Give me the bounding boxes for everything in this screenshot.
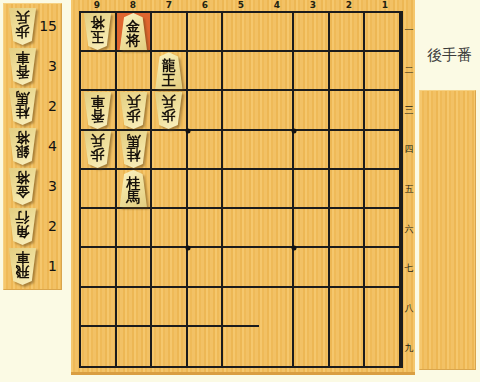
gote-香車-piece[interactable]: 香車 <box>82 92 113 129</box>
gote-歩兵-piece[interactable]: 歩兵 <box>82 131 113 168</box>
square-18[interactable] <box>365 288 401 327</box>
square-49[interactable] <box>259 327 295 366</box>
hand-count: 3 <box>38 58 61 74</box>
gote-歩兵-piece[interactable]: 歩兵 <box>153 92 184 129</box>
sente-龍王-piece[interactable]: 龍王 <box>153 52 184 89</box>
hand-row-桂馬[interactable]: 桂馬2 <box>4 86 61 126</box>
square-11[interactable] <box>365 13 401 52</box>
square-89[interactable] <box>117 327 153 366</box>
piece-kanji: 将 <box>16 130 30 145</box>
piece-kanji: 歩 <box>126 108 140 123</box>
square-53[interactable] <box>223 91 259 130</box>
rank-label: 六 <box>403 209 415 249</box>
square-95[interactable] <box>81 170 117 209</box>
file-labels: 987654321 <box>79 0 403 11</box>
square-38[interactable] <box>294 288 330 327</box>
square-37[interactable] <box>294 248 330 287</box>
board-grid: 玉将金将龍王香車歩兵歩兵歩兵桂馬桂馬 <box>79 11 403 368</box>
piece-kanji: 玉 <box>91 30 105 45</box>
square-58[interactable] <box>223 288 259 327</box>
gote-hand-飛車-piece[interactable]: 飛車 <box>7 248 38 285</box>
hand-row-金将[interactable]: 金将3 <box>4 166 61 206</box>
square-85[interactable]: 桂馬 <box>117 170 153 209</box>
square-69[interactable] <box>188 327 224 366</box>
square-28[interactable] <box>330 288 366 327</box>
square-64[interactable] <box>188 131 224 170</box>
piece-kanji: 金 <box>16 184 30 199</box>
piece-kanji: 桂 <box>126 147 140 162</box>
square-59[interactable] <box>223 327 259 366</box>
square-16[interactable] <box>365 209 401 248</box>
square-39[interactable] <box>294 327 330 366</box>
square-92[interactable] <box>81 52 117 91</box>
hand-count: 1 <box>38 258 61 274</box>
square-48[interactable] <box>259 288 295 327</box>
piece-kanji: 桂 <box>126 176 140 191</box>
square-45[interactable] <box>259 170 295 209</box>
square-82[interactable] <box>117 52 153 91</box>
piece-kanji: 将 <box>126 33 140 48</box>
square-33[interactable] <box>294 91 330 130</box>
hand-count: 3 <box>38 178 61 194</box>
square-51[interactable] <box>223 13 259 52</box>
rank-label: 五 <box>403 170 415 210</box>
rank-label: 七 <box>403 249 415 289</box>
hand-row-香車[interactable]: 香車3 <box>4 46 61 86</box>
sente-金将-piece[interactable]: 金将 <box>118 13 149 50</box>
square-12[interactable] <box>365 52 401 91</box>
file-label: 5 <box>223 0 259 11</box>
sente-hand-tray <box>419 90 476 370</box>
square-46[interactable] <box>259 209 295 248</box>
square-17[interactable] <box>365 248 401 287</box>
piece-kanji: 歩 <box>162 108 176 123</box>
rank-label: 八 <box>403 289 415 329</box>
square-25[interactable] <box>330 170 366 209</box>
square-86[interactable] <box>117 209 153 248</box>
gote-hand-銀将-piece[interactable]: 銀将 <box>7 128 38 165</box>
rank-label: 四 <box>403 130 415 170</box>
square-65[interactable] <box>188 170 224 209</box>
square-61[interactable] <box>188 13 224 52</box>
square-88[interactable] <box>117 288 153 327</box>
square-22[interactable] <box>330 52 366 91</box>
star-point <box>185 128 190 133</box>
piece-kanji: 金 <box>126 19 140 34</box>
square-27[interactable] <box>330 248 366 287</box>
rank-label: 三 <box>403 90 415 130</box>
square-73[interactable]: 歩兵 <box>152 91 188 130</box>
square-99[interactable] <box>81 327 117 366</box>
piece-kanji: 馬 <box>126 190 140 205</box>
square-66[interactable] <box>188 209 224 248</box>
piece-kanji: 兵 <box>91 133 105 148</box>
hand-count: 2 <box>38 98 61 114</box>
square-26[interactable] <box>330 209 366 248</box>
piece-kanji: 車 <box>16 250 30 265</box>
piece-kanji: 香 <box>91 108 105 123</box>
square-87[interactable] <box>117 248 153 287</box>
square-75[interactable] <box>152 170 188 209</box>
file-label: 1 <box>367 0 403 11</box>
square-47[interactable] <box>259 248 295 287</box>
rank-label: 二 <box>403 51 415 91</box>
piece-kanji: 龍 <box>162 58 176 73</box>
square-63[interactable] <box>188 91 224 130</box>
gote-hand-角行-piece[interactable]: 角行 <box>7 208 38 245</box>
square-67[interactable] <box>188 248 224 287</box>
file-label: 4 <box>259 0 295 11</box>
square-24[interactable] <box>330 131 366 170</box>
piece-kanji: 角 <box>16 224 30 239</box>
piece-kanji: 将 <box>91 15 105 30</box>
piece-kanji: 将 <box>16 170 30 185</box>
shogi-board: 987654321 玉将金将龍王香車歩兵歩兵歩兵桂馬桂馬 一二三四五六七八九 <box>71 0 415 375</box>
gote-hand-tray: 歩兵15香車3桂馬2銀将4金将3角行2飛車1 <box>3 3 62 290</box>
hand-row-歩兵[interactable]: 歩兵15 <box>4 6 61 46</box>
square-54[interactable] <box>223 131 259 170</box>
square-36[interactable] <box>294 209 330 248</box>
square-72[interactable]: 龍王 <box>152 52 188 91</box>
piece-kanji: 王 <box>162 73 176 88</box>
piece-kanji: 歩 <box>91 147 105 162</box>
square-13[interactable] <box>365 91 401 130</box>
piece-kanji: 兵 <box>162 94 176 109</box>
hand-count: 4 <box>38 138 61 154</box>
gote-桂馬-piece[interactable]: 桂馬 <box>118 131 149 168</box>
square-68[interactable] <box>188 288 224 327</box>
square-76[interactable] <box>152 209 188 248</box>
gote-hand-香車-piece[interactable]: 香車 <box>7 48 38 85</box>
square-62[interactable] <box>188 52 224 91</box>
rank-labels: 一二三四五六七八九 <box>403 11 415 368</box>
hand-row-銀将[interactable]: 銀将4 <box>4 126 61 166</box>
square-32[interactable] <box>294 52 330 91</box>
piece-kanji: 車 <box>91 94 105 109</box>
piece-kanji: 桂 <box>16 104 30 119</box>
gote-hand-金将-piece[interactable]: 金将 <box>7 168 38 205</box>
star-point <box>292 128 297 133</box>
square-56[interactable] <box>223 209 259 248</box>
file-label: 3 <box>295 0 331 11</box>
hand-row-飛車[interactable]: 飛車1 <box>4 246 61 286</box>
square-74[interactable] <box>152 131 188 170</box>
square-83[interactable]: 歩兵 <box>117 91 153 130</box>
hand-count: 15 <box>38 18 61 34</box>
square-42[interactable] <box>259 52 295 91</box>
file-label: 6 <box>187 0 223 11</box>
hand-row-角行[interactable]: 角行2 <box>4 206 61 246</box>
file-label: 2 <box>331 0 367 11</box>
square-57[interactable] <box>223 248 259 287</box>
square-93[interactable]: 香車 <box>81 91 117 130</box>
turn-indicator: 後手番 <box>421 46 478 65</box>
gote-玉将-piece[interactable]: 玉将 <box>82 13 113 50</box>
square-79[interactable] <box>152 327 188 366</box>
piece-kanji: 飛 <box>16 264 30 279</box>
square-31[interactable] <box>294 13 330 52</box>
piece-kanji: 馬 <box>16 90 30 105</box>
piece-kanji: 馬 <box>126 133 140 148</box>
square-35[interactable] <box>294 170 330 209</box>
square-97[interactable] <box>81 248 117 287</box>
piece-kanji: 行 <box>16 210 30 225</box>
square-14[interactable] <box>365 131 401 170</box>
square-94[interactable]: 歩兵 <box>81 131 117 170</box>
file-label: 8 <box>115 0 151 11</box>
rank-label: 一 <box>403 11 415 51</box>
piece-kanji: 兵 <box>126 94 140 109</box>
square-77[interactable] <box>152 248 188 287</box>
piece-kanji: 香 <box>16 64 30 79</box>
square-52[interactable] <box>223 52 259 91</box>
square-91[interactable]: 玉将 <box>81 13 117 52</box>
square-55[interactable] <box>223 170 259 209</box>
piece-kanji: 歩 <box>16 24 30 39</box>
hand-count: 2 <box>38 218 61 234</box>
star-point <box>185 246 190 251</box>
square-84[interactable]: 桂馬 <box>117 131 153 170</box>
square-19[interactable] <box>365 327 401 366</box>
file-label: 7 <box>151 0 187 11</box>
gote-hand-歩兵-piece[interactable]: 歩兵 <box>7 8 38 45</box>
square-44[interactable] <box>259 131 295 170</box>
gote-歩兵-piece[interactable]: 歩兵 <box>118 92 149 129</box>
square-15[interactable] <box>365 170 401 209</box>
square-21[interactable] <box>330 13 366 52</box>
file-label: 9 <box>79 0 115 11</box>
square-23[interactable] <box>330 91 366 130</box>
square-34[interactable] <box>294 131 330 170</box>
piece-kanji: 銀 <box>16 144 30 159</box>
piece-kanji: 車 <box>16 50 30 65</box>
square-78[interactable] <box>152 288 188 327</box>
gote-hand-桂馬-piece[interactable]: 桂馬 <box>7 88 38 125</box>
square-81[interactable]: 金将 <box>117 13 153 52</box>
star-point <box>292 246 297 251</box>
square-96[interactable] <box>81 209 117 248</box>
square-98[interactable] <box>81 288 117 327</box>
square-29[interactable] <box>330 327 366 366</box>
piece-kanji: 兵 <box>16 10 30 25</box>
rank-label: 九 <box>403 328 415 368</box>
square-43[interactable] <box>259 91 295 130</box>
square-71[interactable] <box>152 13 188 52</box>
sente-桂馬-piece[interactable]: 桂馬 <box>118 170 149 207</box>
square-41[interactable] <box>259 13 295 52</box>
